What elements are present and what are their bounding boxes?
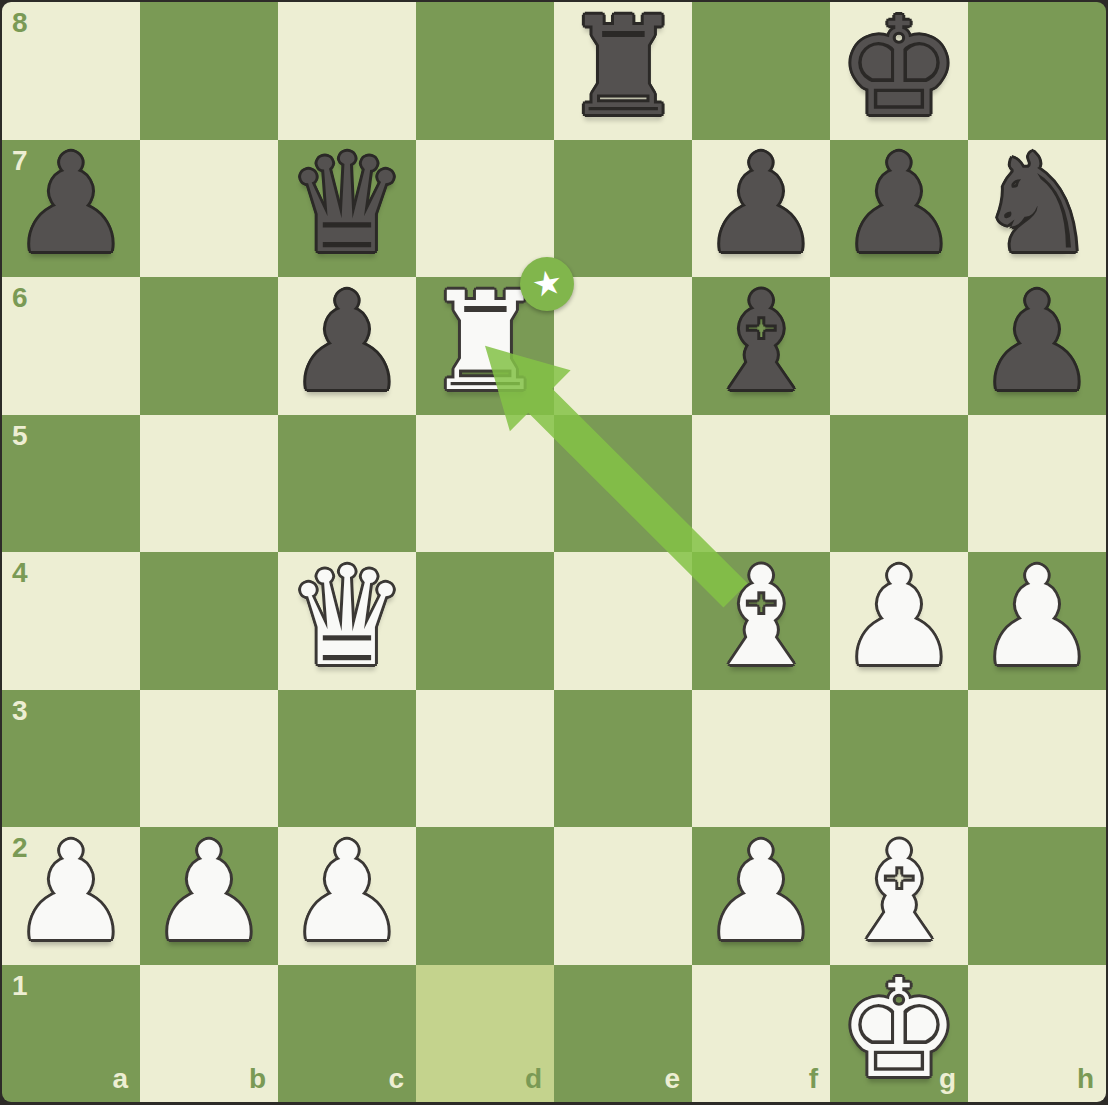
- square-b4[interactable]: [140, 552, 278, 690]
- square-e8[interactable]: ♜: [554, 2, 692, 140]
- square-g3[interactable]: [830, 690, 968, 828]
- square-h6[interactable]: ♟: [968, 277, 1106, 415]
- piece-black-queen[interactable]: ♛: [286, 136, 408, 272]
- piece-black-bishop[interactable]: ♝: [700, 274, 822, 410]
- square-g4[interactable]: ♟: [830, 552, 968, 690]
- square-c7[interactable]: ♛: [278, 140, 416, 278]
- square-h7[interactable]: ♞: [968, 140, 1106, 278]
- square-g2[interactable]: ♝: [830, 827, 968, 965]
- square-f4[interactable]: ♝: [692, 552, 830, 690]
- square-e3[interactable]: [554, 690, 692, 828]
- piece-black-pawn[interactable]: ♟: [976, 274, 1098, 410]
- piece-white-king[interactable]: ♚: [838, 961, 960, 1097]
- square-c8[interactable]: [278, 2, 416, 140]
- square-a4[interactable]: [2, 552, 140, 690]
- square-d7[interactable]: [416, 140, 554, 278]
- piece-white-pawn[interactable]: ♟: [976, 549, 1098, 685]
- square-h5[interactable]: [968, 415, 1106, 553]
- piece-white-pawn[interactable]: ♟: [700, 824, 822, 960]
- square-h4[interactable]: ♟: [968, 552, 1106, 690]
- piece-white-pawn[interactable]: ♟: [10, 824, 132, 960]
- square-a6[interactable]: [2, 277, 140, 415]
- square-d3[interactable]: [416, 690, 554, 828]
- piece-white-pawn[interactable]: ♟: [838, 549, 960, 685]
- square-d1[interactable]: [416, 965, 554, 1103]
- piece-black-king[interactable]: ♚: [838, 2, 960, 135]
- square-e7[interactable]: [554, 140, 692, 278]
- square-f1[interactable]: [692, 965, 830, 1103]
- square-a5[interactable]: [2, 415, 140, 553]
- square-a3[interactable]: [2, 690, 140, 828]
- square-g1[interactable]: ♚: [830, 965, 968, 1103]
- square-g6[interactable]: [830, 277, 968, 415]
- square-e4[interactable]: [554, 552, 692, 690]
- square-c1[interactable]: [278, 965, 416, 1103]
- square-e6[interactable]: [554, 277, 692, 415]
- square-d4[interactable]: [416, 552, 554, 690]
- square-b2[interactable]: ♟: [140, 827, 278, 965]
- square-b5[interactable]: [140, 415, 278, 553]
- piece-white-bishop[interactable]: ♝: [700, 549, 822, 685]
- square-h2[interactable]: [968, 827, 1106, 965]
- piece-black-knight[interactable]: ♞: [976, 136, 1098, 272]
- square-c3[interactable]: [278, 690, 416, 828]
- square-a8[interactable]: [2, 2, 140, 140]
- square-b7[interactable]: [140, 140, 278, 278]
- piece-white-pawn[interactable]: ♟: [286, 824, 408, 960]
- chess-board[interactable]: ★ ♜♚♟♛♟♟♞♟♜♝♟♛♝♟♟♟♟♟♟♝♚87654321abcdefgh: [2, 2, 1106, 1102]
- square-e5[interactable]: [554, 415, 692, 553]
- square-d8[interactable]: [416, 2, 554, 140]
- square-f6[interactable]: ♝: [692, 277, 830, 415]
- square-f2[interactable]: ♟: [692, 827, 830, 965]
- square-f5[interactable]: [692, 415, 830, 553]
- square-f7[interactable]: ♟: [692, 140, 830, 278]
- square-e2[interactable]: [554, 827, 692, 965]
- piece-black-rook[interactable]: ♜: [562, 2, 684, 135]
- square-c5[interactable]: [278, 415, 416, 553]
- square-f3[interactable]: [692, 690, 830, 828]
- square-a2[interactable]: ♟: [2, 827, 140, 965]
- square-d2[interactable]: [416, 827, 554, 965]
- square-c6[interactable]: ♟: [278, 277, 416, 415]
- piece-white-queen[interactable]: ♛: [286, 549, 408, 685]
- piece-white-bishop[interactable]: ♝: [838, 824, 960, 960]
- square-h1[interactable]: [968, 965, 1106, 1103]
- square-h8[interactable]: [968, 2, 1106, 140]
- square-e1[interactable]: [554, 965, 692, 1103]
- square-g7[interactable]: ♟: [830, 140, 968, 278]
- square-b3[interactable]: [140, 690, 278, 828]
- piece-black-pawn[interactable]: ♟: [286, 274, 408, 410]
- square-b1[interactable]: [140, 965, 278, 1103]
- piece-white-pawn[interactable]: ♟: [148, 824, 270, 960]
- square-c2[interactable]: ♟: [278, 827, 416, 965]
- piece-black-pawn[interactable]: ♟: [700, 136, 822, 272]
- square-g5[interactable]: [830, 415, 968, 553]
- star-icon: ★: [529, 264, 565, 303]
- piece-black-pawn[interactable]: ♟: [10, 136, 132, 272]
- best-move-badge: ★: [520, 257, 574, 311]
- square-f8[interactable]: [692, 2, 830, 140]
- square-h3[interactable]: [968, 690, 1106, 828]
- square-a7[interactable]: ♟: [2, 140, 140, 278]
- piece-black-pawn[interactable]: ♟: [838, 136, 960, 272]
- square-g8[interactable]: ♚: [830, 2, 968, 140]
- square-c4[interactable]: ♛: [278, 552, 416, 690]
- square-b8[interactable]: [140, 2, 278, 140]
- square-d5[interactable]: [416, 415, 554, 553]
- square-a1[interactable]: [2, 965, 140, 1103]
- square-b6[interactable]: [140, 277, 278, 415]
